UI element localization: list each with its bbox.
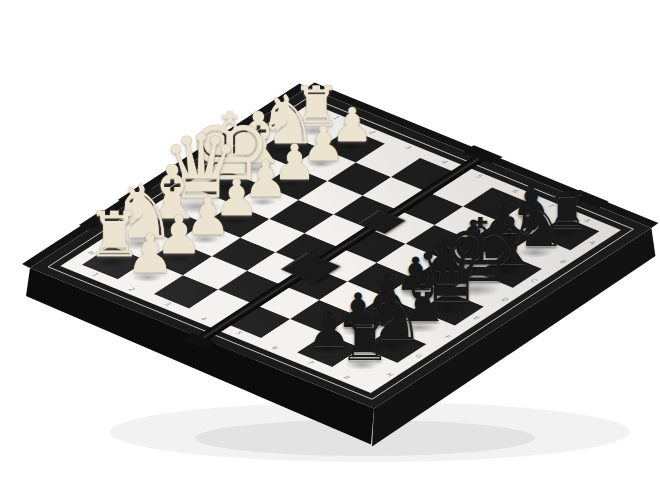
chess-set-photo: HH11GG22FF33EE44DD55CC66BB77AA88 ♜♞♝♚♛♝♞… xyxy=(0,0,660,495)
